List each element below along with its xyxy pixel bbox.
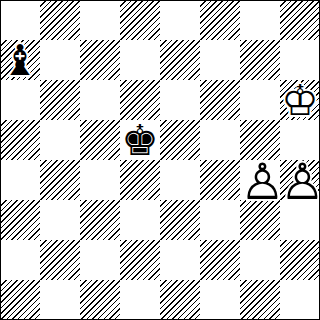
square-b2[interactable]: [40, 240, 80, 280]
square-h7[interactable]: [280, 40, 320, 80]
square-d3[interactable]: [120, 200, 160, 240]
white-pawn-piece[interactable]: ♙: [240, 160, 280, 200]
black-king-piece[interactable]: ♚: [120, 120, 160, 160]
square-c5[interactable]: [80, 120, 120, 160]
square-d4[interactable]: [120, 160, 160, 200]
chess-board-container: ♝♝♚♔♚♚♟♙♟♙: [0, 0, 320, 320]
square-f4[interactable]: [200, 160, 240, 200]
black-bishop-piece[interactable]: ♝: [0, 40, 40, 80]
square-g1[interactable]: [240, 280, 280, 320]
square-a3[interactable]: [0, 200, 40, 240]
square-e1[interactable]: [160, 280, 200, 320]
square-g6[interactable]: [240, 80, 280, 120]
chess-board[interactable]: ♝♝♚♔♚♚♟♙♟♙: [0, 0, 320, 320]
square-h2[interactable]: [280, 240, 320, 280]
square-h6[interactable]: ♚♔: [280, 80, 320, 120]
square-e6[interactable]: [160, 80, 200, 120]
square-g2[interactable]: [240, 240, 280, 280]
square-b1[interactable]: [40, 280, 80, 320]
square-a4[interactable]: [0, 160, 40, 200]
square-g8[interactable]: [240, 0, 280, 40]
square-f3[interactable]: [200, 200, 240, 240]
square-e8[interactable]: [160, 0, 200, 40]
square-b4[interactable]: [40, 160, 80, 200]
square-h4[interactable]: ♟♙: [280, 160, 320, 200]
square-f6[interactable]: [200, 80, 240, 120]
square-d7[interactable]: [120, 40, 160, 80]
square-e4[interactable]: [160, 160, 200, 200]
square-b6[interactable]: [40, 80, 80, 120]
square-d6[interactable]: [120, 80, 160, 120]
square-a7[interactable]: ♝♝: [0, 40, 40, 80]
square-c8[interactable]: [80, 0, 120, 40]
square-a5[interactable]: [0, 120, 40, 160]
square-e2[interactable]: [160, 240, 200, 280]
square-d8[interactable]: [120, 0, 160, 40]
square-h1[interactable]: [280, 280, 320, 320]
square-a8[interactable]: [0, 0, 40, 40]
square-e5[interactable]: [160, 120, 200, 160]
square-b8[interactable]: [40, 0, 80, 40]
square-a6[interactable]: [0, 80, 40, 120]
square-f5[interactable]: [200, 120, 240, 160]
square-c2[interactable]: [80, 240, 120, 280]
square-b7[interactable]: [40, 40, 80, 80]
square-c1[interactable]: [80, 280, 120, 320]
square-e7[interactable]: [160, 40, 200, 80]
square-d2[interactable]: [120, 240, 160, 280]
square-c4[interactable]: [80, 160, 120, 200]
square-g7[interactable]: [240, 40, 280, 80]
square-c7[interactable]: [80, 40, 120, 80]
square-f8[interactable]: [200, 0, 240, 40]
square-f7[interactable]: [200, 40, 240, 80]
square-a1[interactable]: [0, 280, 40, 320]
square-d1[interactable]: [120, 280, 160, 320]
square-g4[interactable]: ♟♙: [240, 160, 280, 200]
square-f2[interactable]: [200, 240, 240, 280]
square-f1[interactable]: [200, 280, 240, 320]
square-d5[interactable]: ♚♚: [120, 120, 160, 160]
square-b3[interactable]: [40, 200, 80, 240]
white-pawn-piece[interactable]: ♙: [280, 160, 320, 200]
square-b5[interactable]: [40, 120, 80, 160]
square-h8[interactable]: [280, 0, 320, 40]
square-e3[interactable]: [160, 200, 200, 240]
square-c3[interactable]: [80, 200, 120, 240]
square-c6[interactable]: [80, 80, 120, 120]
square-a2[interactable]: [0, 240, 40, 280]
white-king-piece[interactable]: ♔: [280, 80, 320, 120]
